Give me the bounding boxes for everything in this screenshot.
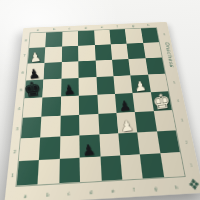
file-label: e (104, 188, 122, 194)
square-h6[interactable] (145, 57, 165, 74)
black-pawn-c5[interactable]: ♟ (62, 82, 76, 97)
square-c2[interactable] (60, 135, 80, 158)
square-f3[interactable]: ♟ (116, 112, 137, 133)
square-e2[interactable] (99, 133, 120, 156)
square-c5[interactable]: ♟ (61, 78, 79, 97)
square-e3[interactable] (98, 113, 118, 134)
square-f6[interactable] (112, 59, 131, 76)
square-a1[interactable] (17, 160, 40, 186)
square-a3[interactable] (21, 117, 42, 139)
file-label: g (126, 24, 139, 27)
square-h8[interactable] (141, 28, 159, 43)
square-h1[interactable] (160, 152, 184, 177)
white-pawn-g5[interactable]: ♟ (134, 79, 147, 94)
square-e4[interactable] (97, 94, 117, 114)
square-b2[interactable] (39, 137, 60, 160)
rank-label: 3 (177, 112, 185, 129)
board-logo-icon (187, 178, 200, 191)
rank-label: 5 (170, 75, 177, 89)
square-f4[interactable]: ♟ (115, 93, 135, 113)
square-b1[interactable] (38, 159, 60, 184)
file-label: h (142, 23, 155, 26)
white-pawn-a7[interactable]: ♟ (29, 50, 42, 64)
square-b3[interactable] (41, 116, 61, 138)
square-d5[interactable] (79, 77, 97, 96)
square-d3[interactable] (79, 114, 99, 136)
square-g3[interactable] (135, 111, 157, 132)
file-label: h (168, 184, 186, 190)
square-e5[interactable] (96, 76, 115, 95)
black-pawn-d2[interactable]: ♟ (81, 142, 96, 159)
square-b4[interactable] (42, 97, 61, 117)
black-king-a5[interactable]: ♚ (22, 78, 42, 100)
square-h3[interactable] (153, 110, 175, 131)
square-d6[interactable] (78, 61, 96, 78)
square-c3[interactable] (60, 115, 79, 137)
square-d7[interactable] (78, 45, 95, 61)
file-label: c (63, 26, 76, 29)
square-d2[interactable]: ♟ (80, 134, 100, 157)
square-b7[interactable] (45, 47, 62, 63)
file-label: f (111, 24, 124, 27)
square-e8[interactable] (94, 30, 111, 45)
square-c6[interactable] (61, 61, 78, 78)
square-c4[interactable] (60, 96, 79, 116)
file-labels-bottom: abcdefgh (14, 183, 188, 200)
square-c8[interactable] (62, 31, 78, 46)
square-b6[interactable] (44, 62, 62, 79)
brand-text: Onschess (164, 42, 176, 68)
chessboard: abcdefgh abcdefgh 87654321 87654321 Onsc… (4, 22, 200, 200)
file-label: g (147, 185, 165, 191)
file-label: e (95, 25, 108, 28)
square-h7[interactable] (143, 42, 162, 58)
file-label: d (82, 189, 100, 195)
file-label: a (16, 193, 34, 199)
square-a8[interactable] (29, 33, 46, 48)
square-a5[interactable]: ♚ (25, 80, 44, 99)
rank-label: 1 (186, 155, 195, 175)
square-g5[interactable]: ♟ (131, 75, 151, 93)
file-label: a (31, 28, 44, 31)
rank-label: 2 (182, 133, 191, 151)
square-e7[interactable] (94, 44, 112, 60)
square-f2[interactable] (118, 132, 140, 155)
table-surface: abcdefgh abcdefgh 87654321 87654321 Onsc… (0, 0, 200, 200)
square-f8[interactable] (109, 29, 126, 44)
square-a2[interactable] (19, 138, 41, 162)
square-f5[interactable] (113, 75, 132, 94)
file-label: b (38, 192, 56, 198)
square-e1[interactable] (100, 156, 122, 181)
board-grid: ♟♟♚♟♟♟♚♟♟ (15, 27, 185, 187)
square-h4[interactable]: ♚ (151, 91, 172, 111)
square-b8[interactable] (46, 32, 63, 47)
square-c7[interactable] (62, 46, 79, 62)
square-d8[interactable] (78, 31, 94, 46)
white-pawn-f3[interactable]: ♟ (120, 118, 134, 134)
file-label: c (60, 190, 77, 196)
square-e6[interactable] (95, 60, 113, 77)
square-c1[interactable] (59, 158, 80, 183)
square-d1[interactable] (80, 157, 101, 182)
square-d4[interactable] (79, 95, 98, 115)
rank-label: 4 (174, 93, 182, 108)
square-a7[interactable]: ♟ (28, 47, 46, 63)
square-a4[interactable] (23, 98, 43, 118)
file-label: f (125, 187, 143, 193)
file-label: b (47, 27, 60, 30)
white-king-h4[interactable]: ♚ (151, 90, 172, 112)
square-h2[interactable] (157, 130, 180, 153)
black-pawn-f4[interactable]: ♟ (118, 98, 132, 113)
square-f7[interactable] (111, 44, 129, 60)
square-b5[interactable] (43, 79, 61, 98)
file-label: d (79, 26, 92, 29)
square-f1[interactable] (120, 154, 143, 179)
rank-label: 8 (161, 28, 167, 40)
